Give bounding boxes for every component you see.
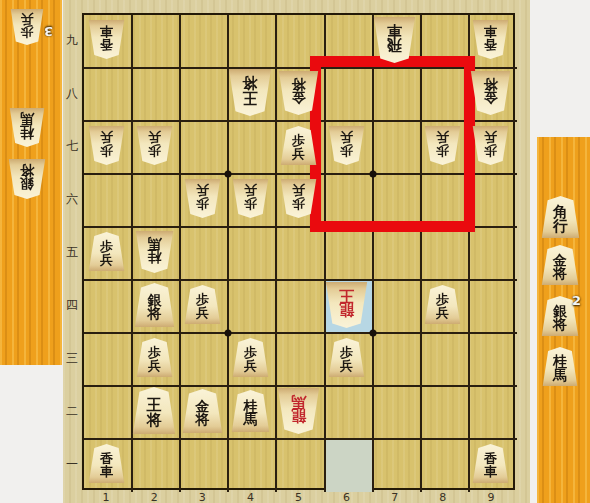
grid-line (84, 385, 517, 387)
grid-line (84, 438, 517, 440)
rank-label: 五 (64, 243, 80, 260)
star-point (225, 171, 232, 178)
star-point (369, 330, 376, 337)
file-label: 1 (103, 491, 110, 503)
rank-label: 八 (64, 84, 80, 101)
shogi-app: 九八七六五四三二一123456789香車飛車香車王将金将金将歩兵歩兵歩兵歩兵歩兵… (0, 0, 590, 503)
star-point (225, 330, 232, 337)
rank-label: 六 (64, 190, 80, 207)
file-label: 4 (247, 491, 254, 503)
file-label: 2 (151, 491, 158, 503)
grid-line (179, 15, 181, 492)
grid-line (84, 332, 517, 334)
captured-count: 3 (44, 24, 53, 39)
rank-label: 七 (64, 137, 80, 154)
rank-label: 三 (64, 349, 80, 366)
file-label: 5 (295, 491, 302, 503)
rank-label: 四 (64, 296, 80, 313)
file-label: 8 (439, 491, 446, 503)
rank-label: 二 (64, 402, 80, 419)
file-label: 7 (391, 491, 398, 503)
file-label: 9 (487, 491, 494, 503)
rank-label: 九 (64, 31, 80, 48)
captured-count: 2 (572, 293, 581, 308)
grid-line (275, 15, 277, 492)
grid-line (227, 15, 229, 492)
grid-line (84, 279, 517, 281)
rank-label: 一 (64, 455, 80, 472)
last-move-highlight (325, 439, 373, 492)
grid-line (131, 15, 133, 492)
file-label: 6 (343, 491, 350, 503)
file-label: 3 (199, 491, 206, 503)
